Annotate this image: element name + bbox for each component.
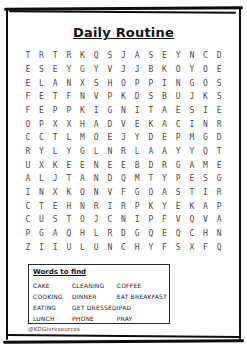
grid-cell-r2c10: B <box>144 63 158 77</box>
grid-cell-r11c12: S <box>171 186 185 200</box>
grid-cell-r5c7: G <box>103 104 117 118</box>
grid-cell-r9c12: G <box>171 158 185 172</box>
grid-cell-r14c8: D <box>117 227 131 241</box>
grid-cell-r14c2: G <box>35 227 49 241</box>
grid-cell-r7c7: E <box>103 131 117 145</box>
grid-cell-r10c12: P <box>171 172 185 186</box>
grid-cell-r5c14: I <box>199 104 213 118</box>
grid-cell-r6c9: E <box>130 117 144 131</box>
grid-cell-r2c5: G <box>76 63 90 77</box>
grid-cell-r14c6: L <box>89 227 103 241</box>
words-columns: CAKECOOKINGEATINGLUNCHCLEANINGDINNERGET … <box>33 280 167 324</box>
grid-cell-r1c15: D <box>212 49 226 63</box>
grid-cell-r3c13: G <box>185 76 199 90</box>
grid-cell-r12c15: P <box>212 199 226 213</box>
grid-cell-r11c6: N <box>89 186 103 200</box>
grid-cell-r1c12: Y <box>171 49 185 63</box>
word-item: DINNER <box>72 291 117 302</box>
grid-cell-r8c12: Y <box>171 145 185 159</box>
grid-cell-r1c5: K <box>76 49 90 63</box>
grid-cell-r1c3: T <box>48 49 62 63</box>
grid-cell-r8c3: L <box>48 145 62 159</box>
grid-cell-r13c3: S <box>48 213 62 227</box>
grid-cell-r9c2: X <box>35 158 49 172</box>
grid-cell-r8c9: L <box>130 145 144 159</box>
grid-cell-r9c13: A <box>185 158 199 172</box>
grid-cell-r1c1: T <box>21 49 35 63</box>
grid-cell-r9c15: E <box>212 158 226 172</box>
grid-cell-r8c10: A <box>144 145 158 159</box>
grid-cell-r10c11: Y <box>158 172 172 186</box>
grid-cell-r3c15: S <box>212 76 226 90</box>
grid-cell-r5c13: S <box>185 104 199 118</box>
grid-cell-r12c3: E <box>48 199 62 213</box>
grid-cell-r11c1: I <box>21 186 35 200</box>
credit-watermark: @KDGivresources <box>28 326 80 332</box>
grid-cell-r11c7: V <box>103 186 117 200</box>
grid-cell-r7c4: L <box>62 131 76 145</box>
border-bottom-line-1 <box>7 334 240 338</box>
border-top-line-2 <box>9 10 236 13</box>
grid-cell-r14c4: Q <box>62 227 76 241</box>
grid-cell-r10c13: E <box>185 172 199 186</box>
grid-cell-r1c2: R <box>35 49 49 63</box>
grid-cell-r14c11: E <box>158 227 172 241</box>
grid-cell-r4c2: E <box>35 90 49 104</box>
grid-cell-r4c5: N <box>76 90 90 104</box>
grid-cell-r8c11: A <box>158 145 172 159</box>
grid-cell-r7c2: C <box>35 131 49 145</box>
grid-cell-r3c11: I <box>158 76 172 90</box>
grid-cell-r9c3: K <box>48 158 62 172</box>
grid-cell-r8c4: Y <box>62 145 76 159</box>
grid-cell-r9c5: E <box>76 158 90 172</box>
grid-cell-r7c8: J <box>117 131 131 145</box>
grid-cell-r10c4: T <box>62 172 76 186</box>
grid-cell-r14c5: H <box>76 227 90 241</box>
grid-cell-r4c13: J <box>185 90 199 104</box>
grid-cell-r3c7: H <box>103 76 117 90</box>
grid-cell-r3c10: P <box>144 76 158 90</box>
grid-cell-r1c4: R <box>62 49 76 63</box>
grid-cell-r12c12: E <box>171 199 185 213</box>
grid-cell-r2c12: O <box>171 63 185 77</box>
grid-cell-r6c12: C <box>171 117 185 131</box>
grid-cell-r10c7: D <box>103 172 117 186</box>
grid-cell-r7c9: Y <box>130 131 144 145</box>
grid-cell-r4c15: S <box>212 90 226 104</box>
word-item: EATING <box>33 302 72 313</box>
grid-cell-r9c7: E <box>103 158 117 172</box>
grid-cell-r13c9: I <box>130 213 144 227</box>
grid-cell-r7c12: P <box>171 131 185 145</box>
grid-cell-r15c8: C <box>117 240 131 254</box>
words-to-find-box: Words to find CAKECOOKINGEATINGLUNCHCLEA… <box>28 264 170 324</box>
grid-cell-r4c10: S <box>144 90 158 104</box>
grid-cell-r9c4: E <box>62 158 76 172</box>
worksheet-page: Daily Routine TRTRKQSJASEYNCDESEYGYVJJBK… <box>0 0 247 350</box>
grid-cell-r15c10: Y <box>144 240 158 254</box>
grid-cell-r15c14: F <box>199 240 213 254</box>
grid-cell-r12c10: K <box>144 199 158 213</box>
grid-cell-r8c1: R <box>21 145 35 159</box>
grid-cell-r2c7: V <box>103 63 117 77</box>
grid-cell-r10c9: M <box>130 172 144 186</box>
grid-cell-r13c10: P <box>144 213 158 227</box>
word-item: PHONE <box>72 313 117 324</box>
grid-cell-r8c14: Q <box>199 145 213 159</box>
word-item: CAKE <box>33 280 72 291</box>
grid-cell-r13c7: C <box>103 213 117 227</box>
page-title: Daily Routine <box>0 25 247 40</box>
grid-cell-r10c3: J <box>48 172 62 186</box>
grid-cell-r2c4: Y <box>62 63 76 77</box>
grid-cell-r10c15: G <box>212 172 226 186</box>
word-item: EAT BREAKFAST <box>117 291 167 302</box>
grid-cell-r9c14: M <box>199 158 213 172</box>
grid-cell-r9c1: U <box>21 158 35 172</box>
grid-cell-r12c9: P <box>130 199 144 213</box>
grid-cell-r11c15: R <box>212 186 226 200</box>
grid-cell-r14c9: G <box>130 227 144 241</box>
grid-cell-r4c4: F <box>62 90 76 104</box>
grid-cell-r1c8: J <box>117 49 131 63</box>
grid-cell-r6c13: I <box>185 117 199 131</box>
grid-cell-r10c6: N <box>89 172 103 186</box>
grid-cell-r15c7: N <box>103 240 117 254</box>
grid-cell-r3c5: X <box>76 76 90 90</box>
grid-cell-r6c5: H <box>76 117 90 131</box>
word-item: LUNCH <box>33 313 72 324</box>
grid-cell-r7c6: O <box>89 131 103 145</box>
grid-cell-r14c1: P <box>21 227 35 241</box>
grid-cell-r15c2: I <box>35 240 49 254</box>
grid-cell-r10c1: A <box>21 172 35 186</box>
border-bottom-line-2 <box>3 339 244 343</box>
grid-cell-r4c14: K <box>199 90 213 104</box>
grid-cell-r7c3: T <box>48 131 62 145</box>
grid-cell-r15c4: U <box>62 240 76 254</box>
grid-cell-r5c4: P <box>62 104 76 118</box>
grid-cell-r3c12: N <box>171 76 185 90</box>
grid-cell-r5c11: A <box>158 104 172 118</box>
border-right-line <box>239 8 241 340</box>
grid-cell-r1c10: S <box>144 49 158 63</box>
grid-cell-r6c11: A <box>158 117 172 131</box>
grid-cell-r3c4: N <box>62 76 76 90</box>
grid-cell-r2c6: Y <box>89 63 103 77</box>
grid-cell-r6c15: R <box>212 117 226 131</box>
grid-cell-r6c1: O <box>21 117 35 131</box>
grid-cell-r15c12: S <box>171 240 185 254</box>
grid-cell-r6c6: A <box>89 117 103 131</box>
grid-cell-r13c8: N <box>117 213 131 227</box>
grid-cell-r5c9: I <box>130 104 144 118</box>
grid-cell-r11c5: O <box>76 186 90 200</box>
grid-cell-r11c4: K <box>62 186 76 200</box>
grid-cell-r3c14: O <box>199 76 213 90</box>
grid-cell-r11c2: N <box>35 186 49 200</box>
grid-cell-r9c8: E <box>117 158 131 172</box>
grid-cell-r12c13: K <box>185 199 199 213</box>
grid-cell-r14c14: H <box>199 227 213 241</box>
grid-cell-r7c14: G <box>199 131 213 145</box>
grid-cell-r7c1: C <box>21 131 35 145</box>
grid-cell-r7c11: E <box>158 131 172 145</box>
grid-cell-r5c15: E <box>212 104 226 118</box>
grid-cell-r12c8: R <box>117 199 131 213</box>
grid-cell-r4c9: D <box>130 90 144 104</box>
grid-cell-r13c5: O <box>76 213 90 227</box>
grid-cell-r15c11: F <box>158 240 172 254</box>
grid-cell-r5c6: I <box>89 104 103 118</box>
grid-cell-r8c5: G <box>76 145 90 159</box>
words-column-3: COFFEEEAT BREAKFASTIPADPRAY <box>117 280 167 324</box>
grid-cell-r13c12: V <box>171 213 185 227</box>
grid-cell-r5c10: T <box>144 104 158 118</box>
grid-cell-r12c5: N <box>76 199 90 213</box>
grid-cell-r5c12: E <box>171 104 185 118</box>
grid-cell-r12c1: C <box>21 199 35 213</box>
word-item: PRAY <box>117 313 167 324</box>
grid-cell-r12c2: T <box>35 199 49 213</box>
grid-cell-r1c14: C <box>199 49 213 63</box>
border-left-line <box>6 8 8 340</box>
grid-cell-r5c5: K <box>76 104 90 118</box>
grid-cell-r9c11: R <box>158 158 172 172</box>
grid-cell-r11c10: O <box>144 186 158 200</box>
grid-cell-r10c2: L <box>35 172 49 186</box>
grid-cell-r13c6: J <box>89 213 103 227</box>
grid-cell-r13c2: U <box>35 213 49 227</box>
grid-cell-r14c7: R <box>103 227 117 241</box>
grid-cell-r11c8: F <box>117 186 131 200</box>
grid-cell-r15c1: Z <box>21 240 35 254</box>
grid-cell-r3c1: E <box>21 76 35 90</box>
words-box-header: Words to find <box>33 268 167 276</box>
grid-cell-r6c4: X <box>62 117 76 131</box>
grid-cell-r13c4: T <box>62 213 76 227</box>
grid-cell-r4c7: P <box>103 90 117 104</box>
grid-cell-r4c3: T <box>48 90 62 104</box>
grid-cell-r2c15: E <box>212 63 226 77</box>
grid-cell-r9c9: B <box>130 158 144 172</box>
grid-cell-r3c3: A <box>48 76 62 90</box>
grid-cell-r6c14: N <box>199 117 213 131</box>
grid-cell-r13c14: V <box>199 213 213 227</box>
grid-cell-r4c6: V <box>89 90 103 104</box>
grid-cell-r8c15: T <box>212 145 226 159</box>
grid-cell-r10c8: Q <box>117 172 131 186</box>
grid-cell-r12c11: Y <box>158 199 172 213</box>
grid-cell-r3c6: S <box>89 76 103 90</box>
grid-cell-r11c13: T <box>185 186 199 200</box>
grid-cell-r3c9: P <box>130 76 144 90</box>
grid-cell-r13c1: C <box>21 213 35 227</box>
word-search-grid: TRTRKQSJASEYNCDESEYGYVJJBKOYOEELANXSHOPP… <box>21 49 226 254</box>
grid-cell-r14c13: C <box>185 227 199 241</box>
grid-cell-r14c10: Q <box>144 227 158 241</box>
word-item: CLEANING <box>72 280 117 291</box>
grid-cell-r13c15: A <box>212 213 226 227</box>
grid-cell-r7c13: M <box>185 131 199 145</box>
grid-cell-r10c10: T <box>144 172 158 186</box>
grid-cell-r2c11: K <box>158 63 172 77</box>
grid-cell-r6c8: V <box>117 117 131 131</box>
grid-cell-r2c2: S <box>35 63 49 77</box>
grid-cell-r1c9: A <box>130 49 144 63</box>
grid-cell-r1c13: N <box>185 49 199 63</box>
grid-cell-r14c15: N <box>212 227 226 241</box>
grid-cell-r13c11: F <box>158 213 172 227</box>
grid-cell-r6c10: K <box>144 117 158 131</box>
grid-cell-r3c8: O <box>117 76 131 90</box>
grid-cell-r15c15: Q <box>212 240 226 254</box>
grid-cell-r11c9: G <box>130 186 144 200</box>
grid-cell-r7c10: D <box>144 131 158 145</box>
grid-cell-r7c15: D <box>212 131 226 145</box>
grid-cell-r14c12: Q <box>171 227 185 241</box>
word-item: GET DRESSED <box>72 302 117 313</box>
grid-cell-r4c1: F <box>21 90 35 104</box>
grid-cell-r6c3: X <box>48 117 62 131</box>
word-item: COFFEE <box>117 280 167 291</box>
grid-cell-r6c2: P <box>35 117 49 131</box>
grid-cell-r7c5: M <box>76 131 90 145</box>
grid-cell-r8c2: Y <box>35 145 49 159</box>
grid-cell-r8c13: Y <box>185 145 199 159</box>
grid-cell-r2c13: Y <box>185 63 199 77</box>
grid-cell-r9c6: N <box>89 158 103 172</box>
grid-cell-r12c4: H <box>62 199 76 213</box>
grid-cell-r15c6: U <box>89 240 103 254</box>
grid-cell-r10c5: A <box>76 172 90 186</box>
grid-cell-r11c3: X <box>48 186 62 200</box>
grid-cell-r5c1: F <box>21 104 35 118</box>
grid-cell-r4c12: U <box>171 90 185 104</box>
grid-cell-r2c9: J <box>130 63 144 77</box>
word-item: IPAD <box>117 302 167 313</box>
grid-cell-r2c3: E <box>48 63 62 77</box>
grid-cell-r8c8: R <box>117 145 131 159</box>
grid-cell-r5c2: E <box>35 104 49 118</box>
grid-cell-r15c3: I <box>48 240 62 254</box>
grid-cell-r11c11: A <box>158 186 172 200</box>
grid-cell-r8c6: L <box>89 145 103 159</box>
grid-cell-r2c8: J <box>117 63 131 77</box>
grid-cell-r1c7: S <box>103 49 117 63</box>
grid-cell-r1c6: Q <box>89 49 103 63</box>
grid-cell-r12c14: A <box>199 199 213 213</box>
grid-cell-r15c5: L <box>76 240 90 254</box>
word-item: COOKING <box>33 291 72 302</box>
grid-cell-r10c14: S <box>199 172 213 186</box>
grid-cell-r6c7: D <box>103 117 117 131</box>
words-column-2: CLEANINGDINNERGET DRESSEDPHONE <box>72 280 117 324</box>
grid-cell-r2c14: O <box>199 63 213 77</box>
grid-cell-r5c8: N <box>117 104 131 118</box>
words-column-1: CAKECOOKINGEATINGLUNCH <box>33 280 72 324</box>
grid-cell-r9c10: D <box>144 158 158 172</box>
grid-cell-r1c11: E <box>158 49 172 63</box>
grid-cell-r8c7: N <box>103 145 117 159</box>
grid-cell-r3c2: L <box>35 76 49 90</box>
grid-cell-r4c8: K <box>117 90 131 104</box>
grid-cell-r15c9: H <box>130 240 144 254</box>
grid-cell-r12c7: I <box>103 199 117 213</box>
grid-cell-r4c11: B <box>158 90 172 104</box>
grid-cell-r11c14: I <box>199 186 213 200</box>
grid-cell-r2c1: E <box>21 63 35 77</box>
grid-cell-r12c6: R <box>89 199 103 213</box>
grid-cell-r13c13: Q <box>185 213 199 227</box>
grid-cell-r5c3: P <box>48 104 62 118</box>
grid-cell-r15c13: X <box>185 240 199 254</box>
grid-cell-r14c3: A <box>48 227 62 241</box>
